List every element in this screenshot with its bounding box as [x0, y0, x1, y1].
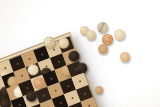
screw-dot: [52, 48, 55, 51]
screw-dot: [20, 74, 23, 77]
screw-dot: [71, 96, 74, 99]
screw-dot: [16, 62, 19, 65]
screw-dot: [83, 92, 86, 95]
loose-checker-piece-marble[interactable]: [97, 22, 108, 33]
loose-checker-piece-cream[interactable]: [114, 29, 125, 40]
screw-dot: [46, 106, 49, 107]
photo-scene: [0, 0, 160, 107]
screw-dot: [66, 84, 69, 87]
screw-dot: [87, 104, 90, 107]
screw-dot: [54, 89, 57, 92]
screw-dot: [28, 57, 31, 60]
board-grid: [0, 36, 107, 107]
checkers-board[interactable]: [0, 32, 109, 107]
screw-dot: [42, 94, 45, 97]
screw-dot: [17, 103, 20, 106]
screw-dot: [59, 101, 62, 104]
loose-checker-piece-tan[interactable]: [98, 44, 108, 54]
loose-checker-piece-pale[interactable]: [86, 30, 96, 40]
screw-dot: [25, 86, 28, 89]
loose-checker-piece-tan[interactable]: [95, 86, 103, 94]
loose-checker-piece-orange[interactable]: [102, 34, 113, 45]
screw-dot: [57, 60, 60, 63]
screw-dot: [78, 80, 81, 83]
screw-dot: [40, 52, 43, 55]
screw-dot: [49, 77, 52, 80]
loose-checker-piece-pale-orange[interactable]: [120, 52, 130, 62]
board-frame: [0, 32, 109, 107]
